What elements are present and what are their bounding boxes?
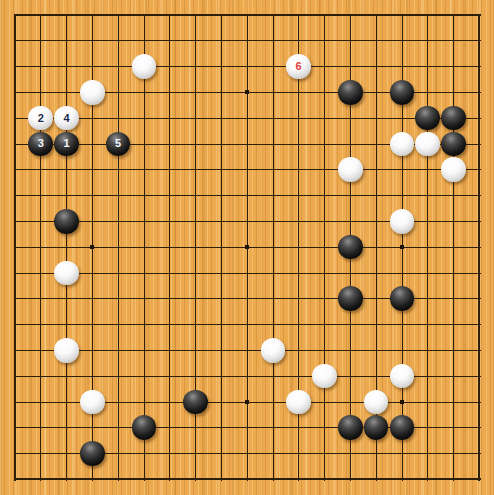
stone-black (390, 286, 415, 311)
stone-black (338, 286, 363, 311)
stone-black: 3 (28, 132, 53, 157)
stone-black (390, 415, 415, 440)
stone-black (338, 235, 363, 260)
stone-black (364, 415, 389, 440)
stone-white (415, 132, 440, 157)
stone-white (312, 364, 337, 389)
stone-black (80, 441, 105, 466)
stone-black (390, 80, 415, 105)
move-number: 6 (296, 61, 302, 72)
stone-white (364, 390, 389, 415)
stone-black (183, 390, 208, 415)
stones-layer: 624315 (2, 2, 492, 492)
stone-black (441, 132, 466, 157)
stone-white: 6 (286, 54, 311, 79)
stone-white (441, 157, 466, 182)
stone-white (286, 390, 311, 415)
stone-white (132, 54, 157, 79)
stone-black (132, 415, 157, 440)
stone-white (390, 132, 415, 157)
stone-black (441, 106, 466, 131)
stone-white (80, 80, 105, 105)
move-number: 5 (115, 138, 121, 149)
stone-white (338, 157, 363, 182)
move-number: 3 (38, 138, 44, 149)
stone-black (338, 415, 363, 440)
stone-white: 2 (28, 106, 53, 131)
stone-white (390, 209, 415, 234)
move-number: 2 (38, 113, 44, 124)
stone-white (390, 364, 415, 389)
stone-black: 5 (106, 132, 131, 157)
stone-black (54, 209, 79, 234)
stone-white (80, 390, 105, 415)
stone-white: 4 (54, 106, 79, 131)
stone-black (338, 80, 363, 105)
move-number: 4 (63, 113, 69, 124)
stone-black (415, 106, 440, 131)
stone-white (261, 338, 286, 363)
stone-white (54, 261, 79, 286)
stone-white (54, 338, 79, 363)
move-number: 1 (63, 138, 69, 149)
stone-black: 1 (54, 132, 79, 157)
go-board[interactable]: 624315 (0, 0, 494, 495)
